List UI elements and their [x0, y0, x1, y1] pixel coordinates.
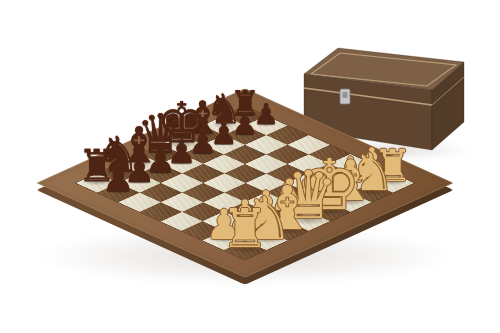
- piece-white-rook-a1: ♜: [221, 203, 269, 256]
- product-scene: ♜♞♝♛♚♝♞♜♟♟♟♟♟♟♟♟♟♟♟♟♟♟♟♟♜♞♝♛♚♝♞♜: [0, 0, 500, 333]
- piece-black-pawn-a7: ♟: [102, 161, 135, 197]
- pieces-layer: ♜♞♝♛♚♝♞♜♟♟♟♟♟♟♟♟♟♟♟♟♟♟♟♟♜♞♝♛♚♝♞♜: [0, 0, 500, 333]
